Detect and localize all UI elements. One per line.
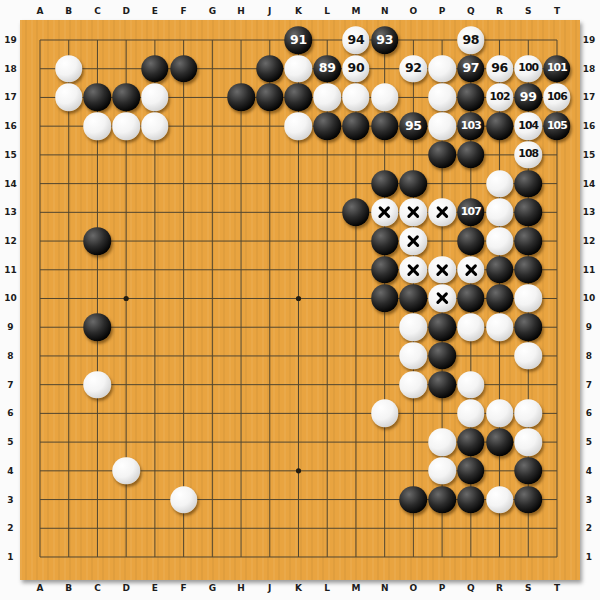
column-label-top: P [430,5,454,17]
row-label-left: 6 [0,407,23,419]
move-number: 103 [461,121,481,132]
row-label-left: 14 [0,178,23,190]
white-stone-E17[interactable] [141,84,169,112]
row-label-left: 11 [0,264,23,276]
row-label-right: 9 [577,321,600,333]
black-stone-Q15[interactable] [457,141,485,169]
white-stone-E16[interactable] [141,112,169,140]
black-stone-S13[interactable] [515,199,543,227]
black-stone-C12[interactable] [84,227,112,255]
black-stone-P15[interactable] [428,141,456,169]
row-label-right: 8 [577,350,600,362]
column-label-bottom: L [315,582,339,594]
white-stone-Q19[interactable]: 98 [457,26,485,54]
white-stone-R17[interactable]: 102 [486,84,514,112]
white-stone-R6[interactable] [486,400,514,428]
white-stone-D4[interactable] [112,457,140,485]
move-number: 91 [290,34,307,47]
white-stone-L17[interactable] [313,84,341,112]
move-number: 96 [491,62,508,75]
black-stone-N10[interactable] [371,285,399,313]
column-label-bottom: F [172,582,196,594]
column-label-top: R [488,5,512,17]
black-stone-S17[interactable]: 99 [515,84,543,112]
column-label-top: S [516,5,540,17]
black-stone-Q12[interactable] [457,227,485,255]
column-label-top: O [401,5,425,17]
white-stone-R12[interactable] [486,227,514,255]
black-stone-Q3[interactable] [457,486,485,514]
go-board-frame: AABBCCDDEEFFGGHHJJKKLLMMNNOOPPQQRRSSTT19… [0,0,600,600]
white-stone-O7[interactable] [400,371,428,399]
white-stone-B17[interactable] [55,84,83,112]
column-label-top: H [229,5,253,17]
x-mark-icon [428,285,456,313]
column-label-bottom: K [286,582,310,594]
black-stone-Q10[interactable] [457,285,485,313]
white-stone-P13[interactable] [428,199,456,227]
white-stone-Q11[interactable] [457,256,485,284]
row-label-right: 16 [577,120,600,132]
black-stone-R11[interactable] [486,256,514,284]
black-stone-M13[interactable] [342,199,370,227]
black-stone-L18[interactable]: 89 [313,55,341,83]
x-mark-icon [457,256,485,284]
column-label-top: G [200,5,224,17]
row-label-right: 1 [577,551,600,563]
move-number: 100 [518,63,538,74]
black-stone-P3[interactable] [428,486,456,514]
column-label-top: A [28,5,52,17]
column-label-bottom: A [28,582,52,594]
black-stone-J17[interactable] [256,84,284,112]
black-stone-C17[interactable] [84,84,112,112]
move-number: 95 [405,120,422,133]
black-stone-P9[interactable] [428,313,456,341]
black-stone-O3[interactable] [400,486,428,514]
column-label-top: N [373,5,397,17]
star-point [124,296,129,301]
white-stone-M18[interactable]: 90 [342,55,370,83]
white-stone-P4[interactable] [428,457,456,485]
white-stone-S16[interactable]: 104 [515,112,543,140]
black-stone-O16[interactable]: 95 [400,112,428,140]
move-number: 102 [489,92,509,103]
x-mark-icon [400,256,428,284]
x-mark-icon [428,199,456,227]
white-stone-N17[interactable] [371,84,399,112]
black-stone-S14[interactable] [515,170,543,198]
row-label-right: 6 [577,407,600,419]
row-label-right: 13 [577,206,600,218]
column-label-top: K [286,5,310,17]
white-stone-P16[interactable] [428,112,456,140]
black-stone-L16[interactable] [313,112,341,140]
white-stone-K16[interactable] [285,112,313,140]
column-label-bottom: M [344,582,368,594]
black-stone-E18[interactable] [141,55,169,83]
white-stone-B18[interactable] [55,55,83,83]
black-stone-K17[interactable] [285,84,313,112]
row-label-left: 9 [0,321,23,333]
black-stone-T16[interactable]: 105 [543,112,571,140]
column-label-top: B [57,5,81,17]
row-label-right: 5 [577,436,600,448]
column-label-bottom: C [85,582,109,594]
x-mark-icon [400,199,428,227]
black-stone-R10[interactable] [486,285,514,313]
row-label-left: 8 [0,350,23,362]
column-label-bottom: P [430,582,454,594]
row-label-right: 17 [577,91,600,103]
white-stone-P5[interactable] [428,428,456,456]
row-label-left: 12 [0,235,23,247]
white-stone-M19[interactable]: 94 [342,26,370,54]
black-stone-R16[interactable] [486,112,514,140]
white-stone-R13[interactable] [486,199,514,227]
row-label-right: 7 [577,379,600,391]
black-stone-Q5[interactable] [457,428,485,456]
white-stone-Q7[interactable] [457,371,485,399]
column-label-top: E [143,5,167,17]
black-stone-S12[interactable] [515,227,543,255]
move-number: 101 [547,63,567,74]
row-label-right: 3 [577,494,600,506]
white-stone-S10[interactable] [515,285,543,313]
row-label-right: 14 [577,178,600,190]
white-stone-S18[interactable]: 100 [515,55,543,83]
black-stone-Q4[interactable] [457,457,485,485]
white-stone-F3[interactable] [170,486,198,514]
column-label-top: M [344,5,368,17]
column-label-bottom: O [401,582,425,594]
column-label-top: T [545,5,569,17]
move-number: 97 [462,62,479,75]
move-number: 99 [520,91,537,104]
black-stone-D17[interactable] [112,84,140,112]
column-label-bottom: B [57,582,81,594]
row-label-right: 11 [577,264,600,276]
white-stone-S8[interactable] [515,342,543,370]
row-label-left: 17 [0,91,23,103]
move-number: 98 [462,34,479,47]
black-stone-Q16[interactable]: 103 [457,112,485,140]
white-stone-T17[interactable]: 106 [543,84,571,112]
column-label-bottom: T [545,582,569,594]
white-stone-P17[interactable] [428,84,456,112]
row-label-left: 15 [0,149,23,161]
row-label-left: 5 [0,436,23,448]
white-stone-S5[interactable] [515,428,543,456]
white-stone-N13[interactable] [371,199,399,227]
black-stone-N11[interactable] [371,256,399,284]
x-mark-icon [428,256,456,284]
x-mark-icon [371,199,399,227]
row-label-left: 2 [0,522,23,534]
move-number: 107 [461,207,481,218]
white-stone-P10[interactable] [428,285,456,313]
white-stone-C7[interactable] [84,371,112,399]
black-stone-T18[interactable]: 101 [543,55,571,83]
column-label-top: F [172,5,196,17]
white-stone-O8[interactable] [400,342,428,370]
black-stone-N16[interactable] [371,112,399,140]
white-stone-D16[interactable] [112,112,140,140]
white-stone-O11[interactable] [400,256,428,284]
row-label-right: 15 [577,149,600,161]
black-stone-M16[interactable] [342,112,370,140]
row-label-left: 16 [0,120,23,132]
row-label-right: 10 [577,292,600,304]
column-label-top: C [85,5,109,17]
row-label-left: 10 [0,292,23,304]
column-label-bottom: R [488,582,512,594]
white-stone-K18[interactable] [285,55,313,83]
column-label-bottom: G [200,582,224,594]
row-label-right: 19 [577,34,600,46]
row-label-left: 1 [0,551,23,563]
black-stone-H17[interactable] [227,84,255,112]
black-stone-Q18[interactable]: 97 [457,55,485,83]
column-label-bottom: Q [459,582,483,594]
row-label-left: 18 [0,63,23,75]
x-mark-icon [400,227,428,255]
white-stone-P18[interactable] [428,55,456,83]
move-number: 108 [518,149,538,160]
black-stone-N12[interactable] [371,227,399,255]
black-stone-K19[interactable]: 91 [285,26,313,54]
column-label-top: Q [459,5,483,17]
black-stone-S9[interactable] [515,313,543,341]
move-number: 94 [348,34,365,47]
black-stone-S4[interactable] [515,457,543,485]
column-label-bottom: J [258,582,282,594]
white-stone-P11[interactable] [428,256,456,284]
black-stone-R5[interactable] [486,428,514,456]
column-label-top: J [258,5,282,17]
column-label-top: L [315,5,339,17]
move-number: 105 [547,121,567,132]
white-stone-S6[interactable] [515,400,543,428]
white-stone-C16[interactable] [84,112,112,140]
column-label-top: D [114,5,138,17]
row-label-right: 2 [577,522,600,534]
black-stone-O10[interactable] [400,285,428,313]
black-stone-P7[interactable] [428,371,456,399]
white-stone-O9[interactable] [400,313,428,341]
white-stone-R18[interactable]: 96 [486,55,514,83]
white-stone-Q6[interactable] [457,400,485,428]
move-number: 90 [348,62,365,75]
white-stone-O18[interactable]: 92 [400,55,428,83]
row-label-right: 12 [577,235,600,247]
column-label-bottom: N [373,582,397,594]
column-label-bottom: D [114,582,138,594]
white-stone-R14[interactable] [486,170,514,198]
black-stone-C9[interactable] [84,313,112,341]
black-stone-O14[interactable] [400,170,428,198]
column-label-bottom: H [229,582,253,594]
move-number: 92 [405,62,422,75]
white-stone-N6[interactable] [371,400,399,428]
row-label-right: 4 [577,465,600,477]
white-stone-Q9[interactable] [457,313,485,341]
row-label-left: 19 [0,34,23,46]
black-stone-N19[interactable]: 93 [371,26,399,54]
white-stone-O12[interactable] [400,227,428,255]
move-number: 106 [547,92,567,103]
row-label-left: 13 [0,206,23,218]
row-label-right: 18 [577,63,600,75]
move-number: 104 [518,121,538,132]
white-stone-R9[interactable] [486,313,514,341]
white-stone-O13[interactable] [400,199,428,227]
star-point [296,468,301,473]
black-stone-Q13[interactable]: 107 [457,199,485,227]
black-stone-P8[interactable] [428,342,456,370]
move-number: 89 [319,62,336,75]
move-number: 93 [376,34,393,47]
white-stone-M17[interactable] [342,84,370,112]
black-stone-S3[interactable] [515,486,543,514]
column-label-bottom: S [516,582,540,594]
black-stone-S11[interactable] [515,256,543,284]
black-stone-F18[interactable] [170,55,198,83]
row-label-left: 7 [0,379,23,391]
black-stone-Q17[interactable] [457,84,485,112]
row-label-left: 3 [0,494,23,506]
star-point [296,296,301,301]
black-stone-J18[interactable] [256,55,284,83]
column-label-bottom: E [143,582,167,594]
white-stone-R3[interactable] [486,486,514,514]
black-stone-N14[interactable] [371,170,399,198]
row-label-left: 4 [0,465,23,477]
white-stone-S15[interactable]: 108 [515,141,543,169]
